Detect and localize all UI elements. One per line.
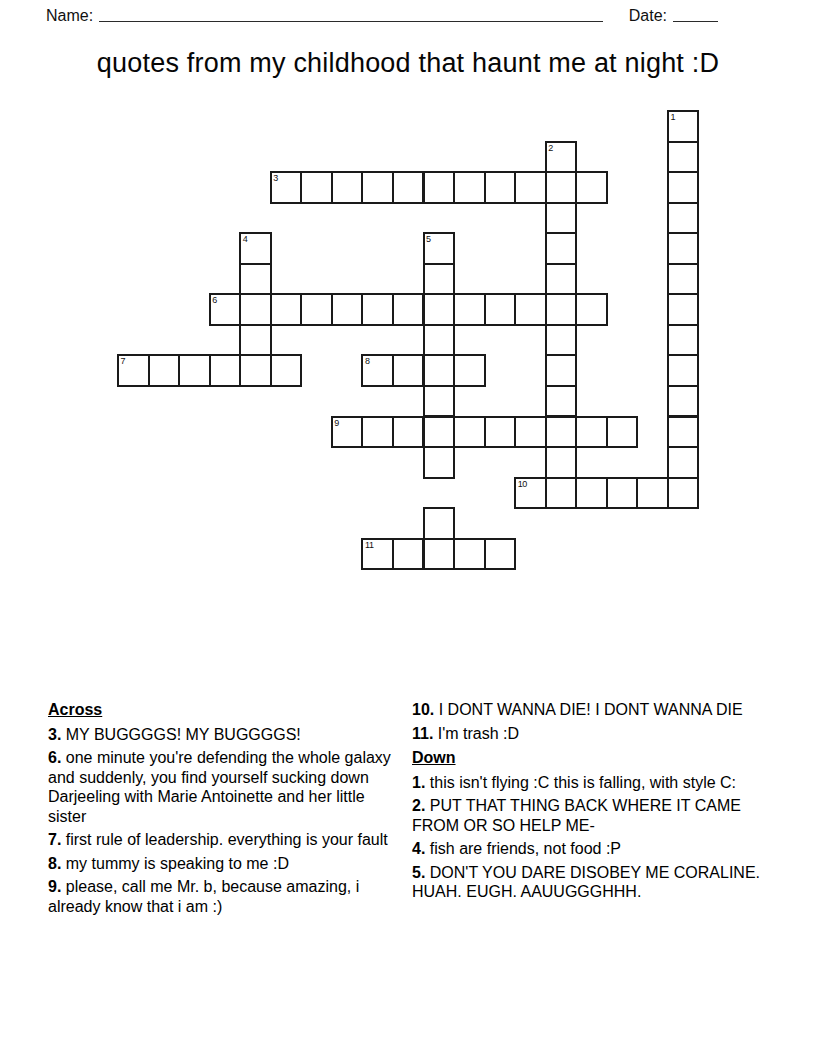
across-heading: Across: [48, 700, 102, 720]
cell-r6-c3[interactable]: 6: [209, 293, 242, 326]
cell-number: 8: [365, 356, 370, 366]
cell-number: 7: [121, 356, 126, 366]
clue-down-1: 1. this isn't flying :C this is falling,…: [412, 773, 770, 793]
clues-right-column: 10. I DONT WANNA DIE! I DONT WANNA DIE11…: [412, 700, 770, 906]
cell-r7-c10[interactable]: [423, 324, 456, 357]
cell-r12-c18[interactable]: [667, 477, 700, 510]
cell-r12-c13[interactable]: 10: [514, 477, 547, 510]
cell-r4-c10[interactable]: 5: [423, 232, 456, 265]
clue-number: 6.: [48, 749, 61, 766]
cell-number: 11: [365, 540, 374, 550]
cell-r6-c12[interactable]: [484, 293, 517, 326]
cell-r6-c7[interactable]: [331, 293, 364, 326]
cell-r10-c15[interactable]: [575, 416, 608, 449]
cell-r12-c14[interactable]: [545, 477, 578, 510]
clue-number: 9.: [48, 878, 61, 895]
cell-r3-c14[interactable]: [545, 202, 578, 235]
clue-number: 7.: [48, 831, 61, 848]
cell-r11-c18[interactable]: [667, 446, 700, 479]
cell-r2-c10[interactable]: [423, 171, 456, 204]
cell-r8-c4[interactable]: [239, 354, 272, 387]
cell-r2-c8[interactable]: [361, 171, 394, 204]
cell-r2-c13[interactable]: [514, 171, 547, 204]
clue-across-6: 6. one minute you're defending the whole…: [48, 748, 394, 826]
cell-r5-c10[interactable]: [423, 263, 456, 296]
cell-r9-c14[interactable]: [545, 385, 578, 418]
cell-r12-c17[interactable]: [636, 477, 669, 510]
clue-across-8: 8. my tummy is speaking to me :D: [48, 854, 394, 874]
cell-r10-c7[interactable]: 9: [331, 416, 364, 449]
cell-r6-c14[interactable]: [545, 293, 578, 326]
cell-r2-c11[interactable]: [453, 171, 486, 204]
cell-r8-c10[interactable]: [423, 354, 456, 387]
cell-r8-c1[interactable]: [148, 354, 181, 387]
clue-across-3: 3. MY BUGGGGS! MY BUGGGGS!: [48, 725, 394, 745]
across-clues-continued: 10. I DONT WANNA DIE! I DONT WANNA DIE11…: [412, 700, 770, 743]
cell-r6-c13[interactable]: [514, 293, 547, 326]
cell-r5-c18[interactable]: [667, 263, 700, 296]
cell-number: 6: [212, 295, 217, 305]
cell-r6-c18[interactable]: [667, 293, 700, 326]
cell-r9-c10[interactable]: [423, 385, 456, 418]
cell-r10-c12[interactable]: [484, 416, 517, 449]
cell-r8-c18[interactable]: [667, 354, 700, 387]
date-fill-line: [673, 21, 718, 22]
cell-number: 9: [334, 418, 339, 428]
cell-r8-c14[interactable]: [545, 354, 578, 387]
cell-r6-c9[interactable]: [392, 293, 425, 326]
clue-across-10: 10. I DONT WANNA DIE! I DONT WANNA DIE: [412, 700, 770, 720]
cell-r2-c5[interactable]: 3: [270, 171, 303, 204]
crossword-grid: 1234567891011: [117, 110, 700, 571]
cell-r7-c18[interactable]: [667, 324, 700, 357]
cell-r1-c18[interactable]: [667, 141, 700, 174]
cell-number: 10: [518, 479, 527, 489]
cell-r2-c18[interactable]: [667, 171, 700, 204]
clues-left-column: Across 3. MY BUGGGGS! MY BUGGGGS!6. one …: [48, 700, 394, 920]
cell-r2-c12[interactable]: [484, 171, 517, 204]
clue-across-7: 7. first rule of leadership. everything …: [48, 830, 394, 850]
cell-r7-c14[interactable]: [545, 324, 578, 357]
cell-r5-c14[interactable]: [545, 263, 578, 296]
cell-r10-c13[interactable]: [514, 416, 547, 449]
cell-r3-c18[interactable]: [667, 202, 700, 235]
cell-r8-c2[interactable]: [178, 354, 211, 387]
cell-r14-c12[interactable]: [484, 538, 517, 571]
cell-r10-c14[interactable]: [545, 416, 578, 449]
cell-r2-c15[interactable]: [575, 171, 608, 204]
clue-number: 1.: [412, 774, 425, 791]
cell-number: 5: [426, 234, 431, 244]
name-label: Name:: [46, 6, 93, 25]
across-clues: 3. MY BUGGGGS! MY BUGGGGS!6. one minute …: [48, 725, 394, 917]
cell-r8-c8[interactable]: 8: [361, 354, 394, 387]
cell-r6-c10[interactable]: [423, 293, 456, 326]
clue-number: 3.: [48, 726, 61, 743]
cell-r2-c14[interactable]: [545, 171, 578, 204]
cell-r1-c14[interactable]: 2: [545, 141, 578, 174]
cell-number: 3: [273, 173, 278, 183]
cell-r6-c6[interactable]: [300, 293, 333, 326]
cell-r4-c14[interactable]: [545, 232, 578, 265]
cell-number: 4: [243, 234, 248, 244]
clue-across-11: 11. I'm trash :D: [412, 724, 770, 744]
cell-r6-c11[interactable]: [453, 293, 486, 326]
cell-r11-c10[interactable]: [423, 446, 456, 479]
clue-across-9: 9. please, call me Mr. b, because amazin…: [48, 877, 394, 916]
cell-r10-c10[interactable]: [423, 416, 456, 449]
cell-r2-c9[interactable]: [392, 171, 425, 204]
cell-r10-c16[interactable]: [606, 416, 639, 449]
cell-r12-c16[interactable]: [606, 477, 639, 510]
cell-r11-c14[interactable]: [545, 446, 578, 479]
clue-down-5: 5. DON'T YOU DARE DISOBEY ME CORALINE. H…: [412, 863, 770, 902]
name-fill-line: [99, 21, 603, 22]
clue-number: 2.: [412, 797, 425, 814]
cell-r6-c8[interactable]: [361, 293, 394, 326]
worksheet-header: Name: Date:: [46, 6, 718, 25]
cell-r2-c6[interactable]: [300, 171, 333, 204]
cell-r12-c15[interactable]: [575, 477, 608, 510]
clue-down-4: 4. fish are friends, not food :P: [412, 839, 770, 859]
cell-r8-c9[interactable]: [392, 354, 425, 387]
cell-r4-c4[interactable]: 4: [239, 232, 272, 265]
cell-r13-c10[interactable]: [423, 507, 456, 540]
puzzle-title: quotes from my childhood that haunt me a…: [0, 48, 816, 79]
cell-r6-c15[interactable]: [575, 293, 608, 326]
cell-r10-c8[interactable]: [361, 416, 394, 449]
cell-r2-c7[interactable]: [331, 171, 364, 204]
cell-r4-c18[interactable]: [667, 232, 700, 265]
cell-r8-c0[interactable]: 7: [117, 354, 150, 387]
cell-r5-c4[interactable]: [239, 263, 272, 296]
clue-number: 11.: [412, 725, 433, 742]
cell-r0-c18[interactable]: 1: [667, 110, 700, 143]
cell-r14-c10[interactable]: [423, 538, 456, 571]
cell-number: 2: [548, 143, 553, 153]
cell-r14-c11[interactable]: [453, 538, 486, 571]
down-heading: Down: [412, 748, 456, 768]
cell-r14-c8[interactable]: 11: [361, 538, 394, 571]
clue-number: 8.: [48, 855, 61, 872]
cell-r8-c11[interactable]: [453, 354, 486, 387]
clue-number: 4.: [412, 840, 425, 857]
cell-r6-c4[interactable]: [239, 293, 272, 326]
clue-number: 5.: [412, 864, 425, 881]
down-clues: 1. this isn't flying :C this is falling,…: [412, 773, 770, 902]
date-label: Date:: [629, 6, 667, 25]
clue-number: 10.: [412, 701, 434, 718]
clue-down-2: 2. PUT THAT THING BACK WHERE IT CAME FRO…: [412, 796, 770, 835]
cell-r9-c18[interactable]: [667, 385, 700, 418]
cell-r8-c5[interactable]: [270, 354, 303, 387]
cell-r6-c5[interactable]: [270, 293, 303, 326]
cell-number: 1: [670, 112, 675, 122]
cell-r7-c4[interactable]: [239, 324, 272, 357]
cell-r14-c9[interactable]: [392, 538, 425, 571]
cell-r10-c18[interactable]: [667, 416, 700, 449]
cell-r10-c11[interactable]: [453, 416, 486, 449]
cell-r10-c9[interactable]: [392, 416, 425, 449]
cell-r8-c3[interactable]: [209, 354, 242, 387]
